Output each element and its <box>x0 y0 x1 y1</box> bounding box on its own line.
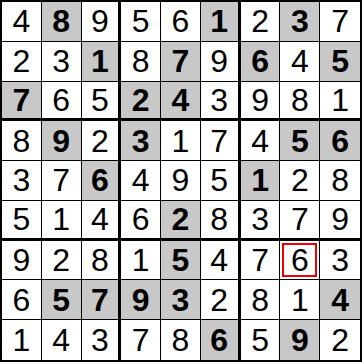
cell-r2c2[interactable]: 3 <box>42 42 82 82</box>
cell-r3c3[interactable]: 5 <box>82 82 122 122</box>
cell-r1c6[interactable]: 1 <box>201 2 241 42</box>
cell-r6c6[interactable]: 8 <box>201 201 241 241</box>
cell-r3c7[interactable]: 9 <box>241 82 281 122</box>
cell-r8c1[interactable]: 6 <box>2 280 42 320</box>
cell-r2c3[interactable]: 1 <box>82 42 122 82</box>
cell-r8c6[interactable]: 2 <box>201 280 241 320</box>
cell-r3c4[interactable]: 2 <box>121 82 161 122</box>
cell-r7c2[interactable]: 2 <box>42 241 82 281</box>
cell-r6c4[interactable]: 6 <box>121 201 161 241</box>
cell-r4c2[interactable]: 9 <box>42 121 82 161</box>
cell-r4c1[interactable]: 8 <box>2 121 42 161</box>
cell-r8c9[interactable]: 4 <box>320 280 360 320</box>
cell-r1c3[interactable]: 9 <box>82 2 122 42</box>
cell-r7c4[interactable]: 1 <box>121 241 161 281</box>
cell-r1c7[interactable]: 2 <box>241 2 281 42</box>
cell-r8c2[interactable]: 5 <box>42 280 82 320</box>
cell-r4c5[interactable]: 1 <box>161 121 201 161</box>
cell-r2c1[interactable]: 2 <box>2 42 42 82</box>
cell-r8c5[interactable]: 3 <box>161 280 201 320</box>
cell-r9c9[interactable]: 2 <box>320 320 360 360</box>
cell-r1c2[interactable]: 8 <box>42 2 82 42</box>
sudoku-board: 4895612372318796457652439818923174563764… <box>0 0 362 362</box>
cell-r9c2[interactable]: 4 <box>42 320 82 360</box>
cell-r5c4[interactable]: 4 <box>121 161 161 201</box>
cell-r5c1[interactable]: 3 <box>2 161 42 201</box>
cell-r8c7[interactable]: 8 <box>241 280 281 320</box>
cell-r6c3[interactable]: 4 <box>82 201 122 241</box>
cell-r4c7[interactable]: 4 <box>241 121 281 161</box>
cell-r1c4[interactable]: 5 <box>121 2 161 42</box>
cell-r5c7[interactable]: 1 <box>241 161 281 201</box>
cell-r9c3[interactable]: 3 <box>82 320 122 360</box>
cell-r9c7[interactable]: 5 <box>241 320 281 360</box>
cell-r7c3[interactable]: 8 <box>82 241 122 281</box>
cell-r7c6[interactable]: 4 <box>201 241 241 281</box>
cell-r3c5[interactable]: 4 <box>161 82 201 122</box>
cell-r2c5[interactable]: 7 <box>161 42 201 82</box>
cell-r5c9[interactable]: 8 <box>320 161 360 201</box>
cell-r5c8[interactable]: 2 <box>280 161 320 201</box>
cell-r5c3[interactable]: 6 <box>82 161 122 201</box>
cell-r3c6[interactable]: 3 <box>201 82 241 122</box>
cell-r3c8[interactable]: 8 <box>280 82 320 122</box>
cell-r1c9[interactable]: 7 <box>320 2 360 42</box>
cell-r9c8[interactable]: 9 <box>280 320 320 360</box>
cell-r7c5[interactable]: 5 <box>161 241 201 281</box>
cell-r6c7[interactable]: 3 <box>241 201 281 241</box>
cell-r1c1[interactable]: 4 <box>2 2 42 42</box>
cell-r6c5[interactable]: 2 <box>161 201 201 241</box>
cell-r7c9[interactable]: 3 <box>320 241 360 281</box>
cell-r2c9[interactable]: 5 <box>320 42 360 82</box>
cell-r9c5[interactable]: 8 <box>161 320 201 360</box>
cell-r8c8[interactable]: 1 <box>280 280 320 320</box>
cell-r7c8[interactable]: 6 <box>280 241 320 281</box>
cell-r2c7[interactable]: 6 <box>241 42 281 82</box>
cell-r1c8[interactable]: 3 <box>280 2 320 42</box>
cell-r4c3[interactable]: 2 <box>82 121 122 161</box>
cell-r8c3[interactable]: 7 <box>82 280 122 320</box>
cell-r6c1[interactable]: 5 <box>2 201 42 241</box>
cell-r2c4[interactable]: 8 <box>121 42 161 82</box>
cell-r3c2[interactable]: 6 <box>42 82 82 122</box>
cell-r5c2[interactable]: 7 <box>42 161 82 201</box>
cell-r6c2[interactable]: 1 <box>42 201 82 241</box>
cell-r6c9[interactable]: 9 <box>320 201 360 241</box>
cell-r4c8[interactable]: 5 <box>280 121 320 161</box>
cell-r9c4[interactable]: 7 <box>121 320 161 360</box>
cell-r6c8[interactable]: 7 <box>280 201 320 241</box>
cell-r9c6[interactable]: 6 <box>201 320 241 360</box>
cell-r8c4[interactable]: 9 <box>121 280 161 320</box>
cell-r4c6[interactable]: 7 <box>201 121 241 161</box>
cell-r9c1[interactable]: 1 <box>2 320 42 360</box>
cell-r7c1[interactable]: 9 <box>2 241 42 281</box>
cell-r7c7[interactable]: 7 <box>241 241 281 281</box>
cell-r5c5[interactable]: 9 <box>161 161 201 201</box>
cell-r4c4[interactable]: 3 <box>121 121 161 161</box>
cell-r4c9[interactable]: 6 <box>320 121 360 161</box>
cell-r5c6[interactable]: 5 <box>201 161 241 201</box>
cell-r1c5[interactable]: 6 <box>161 2 201 42</box>
cell-r2c6[interactable]: 9 <box>201 42 241 82</box>
cell-r2c8[interactable]: 4 <box>280 42 320 82</box>
cell-r3c9[interactable]: 1 <box>320 82 360 122</box>
cell-r3c1[interactable]: 7 <box>2 82 42 122</box>
